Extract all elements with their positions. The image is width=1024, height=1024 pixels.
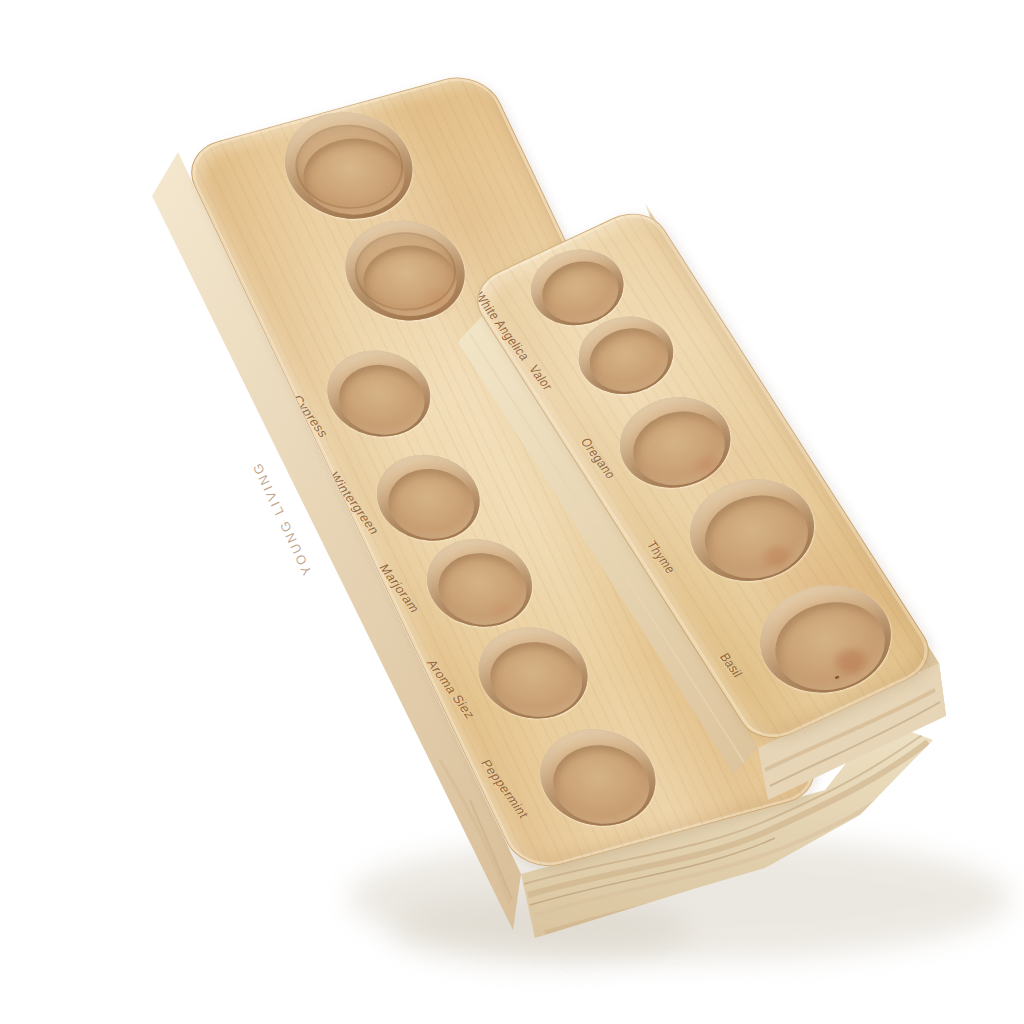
hole-aroma-siez [462, 616, 604, 730]
wood-speck [834, 675, 840, 679]
label-cypress: Cypress [289, 393, 331, 439]
counterbore-ring [280, 113, 419, 220]
hole-peppermint [523, 717, 673, 838]
hole-floor [617, 397, 740, 499]
label-marjoram: Marjoram [376, 562, 423, 614]
hole-wintergreen [361, 444, 495, 552]
label-peppermint: Peppermint [478, 758, 532, 820]
label-thyme: Thyme [643, 539, 679, 576]
label-basil: Basil [716, 651, 746, 680]
wood-knot [693, 453, 723, 478]
edge-engraving: YOUNG LIVING [249, 459, 315, 578]
product-photo: YOUNG LIVING CypressWintergreenMarjoramA… [0, 0, 1024, 1024]
label-oregano: Oregano [577, 436, 619, 482]
label-aroma-siez: Aroma Siez [424, 658, 478, 721]
drop-shadow [350, 836, 1010, 960]
hole-large-2 [327, 208, 482, 333]
wood-knot [761, 543, 794, 571]
hole-floor [326, 356, 437, 444]
hole-marjoram [411, 528, 548, 638]
hole-floor [687, 479, 825, 593]
drop-shadow-left [390, 896, 690, 964]
hole-floor [539, 735, 664, 834]
label-valor: Valor [526, 363, 556, 393]
label-wintergreen: Wintergreen [326, 470, 382, 536]
wood-knot [831, 645, 870, 678]
hole-large-1 [266, 99, 432, 233]
hole-floor [757, 586, 903, 707]
counterbore-ring [341, 221, 471, 321]
hole-cypress [312, 340, 446, 448]
hole-floor [477, 633, 595, 727]
hole-basil [738, 566, 913, 713]
hole-floor [426, 544, 540, 634]
hole-floor [376, 460, 487, 548]
hole-floor [576, 317, 681, 404]
wood-knot [490, 600, 511, 617]
